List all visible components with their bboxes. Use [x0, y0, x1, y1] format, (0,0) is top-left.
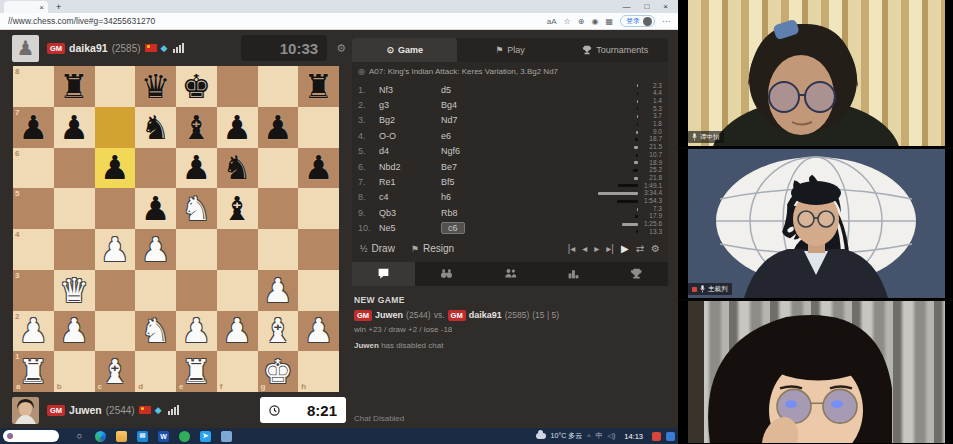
square-f8[interactable]	[217, 66, 258, 107]
chat-app-icon[interactable]	[221, 431, 232, 442]
new-game-heading: NEW GAME	[354, 295, 666, 305]
black-move-time: 13.3	[640, 229, 662, 236]
white-move[interactable]: c4	[379, 192, 441, 202]
game-controls: ½ Draw ⚑ Resign |◂ ◂ ▸ ▸| ▶ ⇄ ⚙	[352, 236, 668, 262]
white-move-time: 1:25.6	[640, 221, 662, 228]
weather-text[interactable]: 10°C 多云	[551, 431, 583, 441]
prev-move-icon[interactable]: ◂	[582, 243, 587, 254]
tab-close-icon[interactable]: ×	[39, 3, 44, 12]
white-move-time: 3.7	[640, 113, 662, 120]
participant-2-figure: ♞	[688, 149, 945, 298]
white-move[interactable]: Bg2	[379, 115, 441, 125]
white-move[interactable]: g3	[379, 100, 441, 110]
move-row: 4.O-Oe69.018.7	[358, 128, 662, 143]
white-pawn[interactable]: ♟	[258, 270, 299, 311]
white-pawn[interactable]: ♟	[54, 311, 95, 352]
move-row: 10.Ne5c61:25.613.3	[358, 221, 662, 236]
video-tile-top[interactable]: 谭中怡	[678, 0, 953, 147]
black-pawn[interactable]: ♟	[176, 148, 217, 189]
square-d7[interactable]: ♞	[135, 107, 176, 148]
square-h1[interactable]: h	[298, 351, 339, 392]
top-player-bar: ♟ GM daika91 (2585) ◆ 10:33 ⚙	[0, 30, 352, 66]
move-number: 4.	[358, 131, 379, 141]
move-number: 1.	[358, 85, 379, 95]
close-icon[interactable]: ×	[663, 2, 668, 11]
profile-pill[interactable]: 登录	[620, 15, 655, 27]
board-column: ♟ GM daika91 (2585) ◆ 10:33 ⚙ 8♜♛♚♜7♟♟♞♝…	[0, 30, 352, 428]
square-a1[interactable]: 1a♜	[13, 351, 54, 392]
participant-1-name: 谭中怡	[700, 134, 720, 141]
resign-button[interactable]: ⚑ Resign	[411, 243, 454, 254]
white-move[interactable]: Qb3	[379, 208, 441, 218]
black-move-time: 1:49.1	[640, 183, 662, 190]
move-number: 6.	[358, 162, 379, 172]
tab-play[interactable]: ⚑ Play	[457, 38, 562, 62]
move-number: 8.	[358, 192, 379, 202]
half-point-icon: ½	[360, 244, 368, 254]
black-move-time: 25.2	[640, 167, 662, 174]
black-knight[interactable]: ♞	[135, 107, 176, 148]
more-menu-icon[interactable]: ⋯	[662, 17, 670, 26]
top-player-title-badge: GM	[47, 43, 65, 54]
top-player-diamond-icon: ◆	[161, 43, 168, 53]
move-row: 9.Qb3Rb87.317.9	[358, 205, 662, 220]
move-list: 1.Nf3d52.34.42.g3Bg41.45.33.Bg2Nd73.71.8…	[352, 81, 668, 236]
bottom-player-bar: GM Juwen (2544) ◆ 8:21	[0, 392, 352, 428]
sidebar-tabs: ⊙ Game ⚑ Play Tournaments	[352, 38, 668, 62]
file-label: d	[138, 383, 143, 391]
black-move-time: 10.7	[640, 152, 662, 159]
black-move-time: 1:54.3	[640, 198, 662, 205]
move-number: 7.	[358, 177, 379, 187]
white-move[interactable]: Re1	[379, 177, 441, 187]
flip-board-icon[interactable]: ⇄	[636, 243, 644, 254]
opening-name: A07: King's Indian Attack: Keres Variati…	[369, 67, 558, 76]
square-d8[interactable]: ♛	[135, 66, 176, 107]
binoculars-icon	[440, 267, 453, 280]
participant-1-nameplate: 谭中怡	[688, 131, 724, 143]
black-move[interactable]: Nd7	[441, 115, 499, 125]
move-times: 7.317.9	[635, 206, 662, 220]
word-app-icon[interactable]: W	[158, 431, 169, 442]
black-rook[interactable]: ♜	[54, 66, 95, 107]
white-pawn[interactable]: ♟	[135, 229, 176, 270]
move-number: 3.	[358, 115, 379, 125]
rank-label: 5	[15, 190, 19, 198]
square-h7[interactable]	[298, 107, 339, 148]
vs-label: vs.	[434, 310, 445, 320]
new-game-block: NEW GAME GM Juwen (2544) vs. GM daika91 …	[352, 286, 668, 350]
play-flag-icon: ⚑	[495, 45, 503, 55]
volume-icon[interactable]: ◁)	[608, 432, 616, 440]
white-pawn[interactable]: ♟	[176, 311, 217, 352]
top-player-signal-bars	[173, 43, 184, 53]
draw-button[interactable]: ½ Draw	[360, 243, 395, 254]
video-feed-middle: ♞	[688, 149, 945, 298]
file-explorer-icon[interactable]	[116, 431, 127, 442]
chat-tab[interactable]	[352, 262, 415, 286]
rank-label: 6	[15, 150, 19, 158]
square-g5[interactable]	[258, 188, 299, 229]
black-rook[interactable]: ♜	[298, 66, 339, 107]
square-d4[interactable]: ♟	[135, 229, 176, 270]
taskbar-search-box[interactable]	[3, 430, 59, 442]
shared-screen: × + — □ × //www.chess.com/live#g=3425563…	[0, 0, 678, 444]
move-number: 10.	[358, 223, 379, 233]
square-e1[interactable]: e♜	[176, 351, 217, 392]
black-move-time: 18.7	[640, 136, 662, 143]
bottom-player-name[interactable]: Juwen	[69, 404, 102, 416]
black-pawn[interactable]: ♟	[54, 107, 95, 148]
square-d3[interactable]	[135, 270, 176, 311]
move-row: 1.Nf3d52.34.4	[358, 82, 662, 97]
browser-tab[interactable]: ×	[4, 1, 48, 13]
square-f4[interactable]	[217, 229, 258, 270]
top-player-rating: (2585)	[112, 43, 141, 54]
square-a7[interactable]: 7♟	[13, 107, 54, 148]
move-row: 3.Bg2Nd73.71.8	[358, 113, 662, 128]
square-e2[interactable]: ♟	[176, 311, 217, 352]
address-bar-icons: aA ☆ ⊕ ◉ ▦ 登录 ⋯	[547, 15, 670, 27]
opening-row[interactable]: ◎ A07: King's Indian Attack: Keres Varia…	[352, 62, 668, 81]
standings-tab[interactable]	[542, 262, 605, 286]
new-tab-button[interactable]: +	[56, 2, 61, 12]
trophy-tab-icon	[630, 267, 643, 280]
trophy-icon	[582, 45, 592, 55]
black-move[interactable]: c6	[441, 222, 499, 234]
sidebar-icon-tabs	[352, 262, 668, 286]
move-times: 3.71.8	[637, 113, 662, 127]
square-b5[interactable]	[54, 188, 95, 229]
screenshot-root: × + — □ × //www.chess.com/live#g=3425563…	[0, 0, 953, 444]
square-c1[interactable]: c♝	[95, 351, 136, 392]
square-h3[interactable]	[298, 270, 339, 311]
move-row: 7.Re1Bf521.81:49.1	[358, 174, 662, 189]
move-times: 21.510.7	[634, 144, 662, 158]
bottom-player-clock: 8:21	[260, 397, 346, 423]
square-h6[interactable]: ♟	[298, 148, 339, 189]
black-pawn[interactable]: ♟	[95, 148, 136, 189]
square-e3[interactable]	[176, 270, 217, 311]
ime-indicator[interactable]: 中	[596, 431, 603, 441]
video-feed-top	[688, 0, 945, 146]
chesscom-page: ♟ GM daika91 (2585) ◆ 10:33 ⚙ 8♜♛♚♜7♟♟♞♝…	[0, 30, 678, 428]
url-field[interactable]: //www.chess.com/live#g=34255631270	[8, 16, 547, 26]
black-move-time: 1.8	[640, 121, 662, 128]
rank-label: 4	[15, 231, 19, 239]
participant-3-figure	[688, 301, 945, 443]
white-rook[interactable]: ♜	[176, 351, 217, 392]
chat-bubble-icon	[377, 267, 390, 280]
white-move-time: 1.4	[640, 98, 662, 105]
black-bishop[interactable]: ♝	[176, 107, 217, 148]
rank-label: 8	[15, 68, 19, 76]
top-player-name[interactable]: daika91	[69, 42, 108, 54]
move-row: 5.d4Ngf621.510.7	[358, 144, 662, 159]
move-number: 5.	[358, 146, 379, 156]
notification-icon-blue[interactable]	[666, 432, 675, 441]
board-settings-gear-icon[interactable]: ⚙	[336, 42, 346, 55]
weather-cloud-icon	[536, 433, 546, 439]
white-bishop[interactable]: ♝	[95, 351, 136, 392]
tab-tournaments[interactable]: Tournaments	[563, 38, 668, 62]
square-g8[interactable]	[258, 66, 299, 107]
square-f1[interactable]: f	[217, 351, 258, 392]
messenger-app-icon[interactable]: ➤	[200, 431, 211, 442]
bottom-player-signal-bars	[168, 405, 179, 415]
move-number: 9.	[358, 208, 379, 218]
bottom-player-title-badge: GM	[47, 405, 65, 416]
black-pawn[interactable]: ♟	[217, 107, 258, 148]
move-row: 6.Nbd2Be718.925.2	[358, 159, 662, 174]
black-knight[interactable]: ♞	[217, 148, 258, 189]
square-c4[interactable]: ♟	[95, 229, 136, 270]
move-times: 21.81:49.1	[618, 175, 662, 189]
profile-avatar	[643, 17, 652, 26]
square-c7[interactable]	[95, 107, 136, 148]
browser-tabstrip: × + — □ ×	[0, 0, 678, 13]
system-tray: 10°C 多云 ^ 中 ◁) 14:13	[536, 431, 675, 441]
notification-icon-red[interactable]	[652, 432, 661, 441]
square-d6[interactable]	[135, 148, 176, 189]
search-icon[interactable]: ○	[74, 431, 85, 442]
square-b2[interactable]: ♟	[54, 311, 95, 352]
collections-icon[interactable]: ◉	[591, 17, 598, 26]
top-player-clock: 10:33	[241, 35, 327, 61]
rank-label: 3	[15, 272, 19, 280]
address-bar: //www.chess.com/live#g=34255631270 aA ☆ …	[0, 13, 678, 30]
white-move-time: 21.5	[640, 144, 662, 151]
white-pawn[interactable]: ♟	[95, 229, 136, 270]
search-logo-dot	[7, 433, 13, 439]
video-tile-bottom[interactable]	[678, 301, 953, 444]
square-b6[interactable]	[54, 148, 95, 189]
tray-expand-caret[interactable]: ^	[587, 433, 590, 440]
square-e8[interactable]: ♚	[176, 66, 217, 107]
mail-app-icon[interactable]: ✉	[137, 431, 148, 442]
square-a6[interactable]: 6	[13, 148, 54, 189]
square-g4[interactable]	[258, 229, 299, 270]
windows-taskbar: ○ ✉ W ➤ 10°C 多云 ^ 中 ◁) 14:13	[0, 428, 678, 444]
white-move[interactable]: O-O	[379, 131, 441, 141]
black-pawn[interactable]: ♟	[13, 107, 54, 148]
white-bishop[interactable]: ♝	[258, 311, 299, 352]
black-move[interactable]: Rb8	[441, 208, 499, 218]
square-b3[interactable]: ♛	[54, 270, 95, 311]
file-label: b	[57, 383, 62, 391]
white-rook[interactable]: ♜	[13, 351, 54, 392]
chess-board[interactable]: 8♜♛♚♜7♟♟♞♝♟♟6♟♟♞♟5♟♞♝4♟♟3♛♟2♟♟♞♟♟♝♟1a♜bc…	[13, 66, 339, 392]
square-e7[interactable]: ♝	[176, 107, 217, 148]
profile-label: 登录	[626, 16, 640, 26]
move-times: 1:25.613.3	[622, 221, 662, 235]
square-a3[interactable]: 3	[13, 270, 54, 311]
people-icon	[504, 267, 517, 280]
white-move[interactable]: d4	[379, 146, 441, 156]
white-queen[interactable]: ♛	[54, 270, 95, 311]
recording-icon	[692, 287, 697, 292]
black-pawn[interactable]: ♟	[298, 148, 339, 189]
white-pawn[interactable]: ♟	[13, 311, 54, 352]
rating-stakes: win +23 / draw +2 / lose -18	[354, 325, 666, 334]
square-h2[interactable]: ♟	[298, 311, 339, 352]
black-rating: (2585)	[505, 310, 530, 320]
black-title-badge: GM	[448, 310, 466, 321]
square-f7[interactable]: ♟	[217, 107, 258, 148]
read-aloud-icon[interactable]: aA	[547, 17, 557, 26]
first-move-icon[interactable]: |◂	[568, 243, 576, 254]
black-move-time: 4.4	[640, 90, 662, 97]
white-move-time: 3:34.4	[640, 190, 662, 197]
square-e6[interactable]: ♟	[176, 148, 217, 189]
square-g1[interactable]: g♚	[258, 351, 299, 392]
square-a5[interactable]: 5	[13, 188, 54, 229]
square-h4[interactable]	[298, 229, 339, 270]
black-pawn[interactable]: ♟	[135, 188, 176, 229]
square-b1[interactable]: b	[54, 351, 95, 392]
participant-2-nameplate: 主裁判	[688, 283, 732, 295]
move-times: 9.018.7	[635, 129, 662, 143]
players-tab[interactable]	[478, 262, 541, 286]
favorites-icon[interactable]: ☆	[564, 17, 571, 26]
square-c6[interactable]: ♟	[95, 148, 136, 189]
square-f5[interactable]: ♝	[217, 188, 258, 229]
bottom-player-avatar[interactable]	[12, 397, 39, 424]
square-d2[interactable]: ♞	[135, 311, 176, 352]
square-h8[interactable]: ♜	[298, 66, 339, 107]
square-e5[interactable]: ♞	[176, 188, 217, 229]
move-row: 8.c4h63:34.41:54.3	[358, 190, 662, 205]
black-move[interactable]: e6	[441, 131, 499, 141]
events-tab[interactable]	[605, 262, 668, 286]
window-controls: — □ ×	[622, 2, 674, 11]
move-nav: |◂ ◂ ▸ ▸| ▶ ⇄ ⚙	[568, 243, 660, 254]
tab-game[interactable]: ⊙ Game	[352, 38, 457, 62]
bottom-player-diamond-icon: ◆	[155, 405, 162, 415]
move-times: 1.45.3	[637, 98, 662, 112]
edge-browser-icon[interactable]	[95, 431, 106, 442]
white-pawn[interactable]: ♟	[217, 311, 258, 352]
white-rating: (2544)	[406, 310, 431, 320]
settings-gear-icon[interactable]: ⚙	[651, 243, 660, 254]
square-c2[interactable]	[95, 311, 136, 352]
square-f6[interactable]: ♞	[217, 148, 258, 189]
move-row: 2.g3Bg41.45.3	[358, 97, 662, 112]
square-g3[interactable]: ♟	[258, 270, 299, 311]
white-knight[interactable]: ♞	[176, 188, 217, 229]
black-move[interactable]: Bg4	[441, 100, 499, 110]
participant-1-figure	[688, 0, 945, 146]
square-e4[interactable]	[176, 229, 217, 270]
black-move[interactable]: Ngf6	[441, 146, 499, 156]
square-c3[interactable]	[95, 270, 136, 311]
opening-book-icon: ◎	[358, 67, 365, 76]
black-move[interactable]: Bf5	[441, 177, 499, 187]
black-move[interactable]: d5	[441, 85, 499, 95]
move-times: 2.34.4	[637, 83, 662, 97]
square-a4[interactable]: 4	[13, 229, 54, 270]
white-name[interactable]: Juwen	[375, 310, 403, 320]
white-title-badge: GM	[354, 310, 372, 321]
video-tile-middle[interactable]: ♞ 主裁判	[678, 149, 953, 299]
square-g7[interactable]: ♟	[258, 107, 299, 148]
white-knight[interactable]: ♞	[135, 311, 176, 352]
square-h5[interactable]	[298, 188, 339, 229]
square-c8[interactable]	[95, 66, 136, 107]
video-call-column: 谭中怡 ♞	[678, 0, 953, 444]
chat-status: Chat Disabled	[352, 414, 668, 428]
spectators-tab[interactable]	[415, 262, 478, 286]
black-name[interactable]: daika91	[469, 310, 502, 320]
square-g2[interactable]: ♝	[258, 311, 299, 352]
top-player-flag-icon	[145, 44, 157, 52]
move-number: 2.	[358, 100, 379, 110]
white-move[interactable]: Nbd2	[379, 162, 441, 172]
last-move-icon[interactable]: ▸|	[606, 243, 614, 254]
black-move[interactable]: h6	[441, 192, 499, 202]
white-king[interactable]: ♚	[258, 351, 299, 392]
square-d5[interactable]: ♟	[135, 188, 176, 229]
square-g6[interactable]	[258, 148, 299, 189]
black-move-time: 17.9	[640, 213, 662, 220]
square-f3[interactable]	[217, 270, 258, 311]
maximize-icon[interactable]: □	[644, 2, 649, 11]
game-sidebar: ⊙ Game ⚑ Play Tournaments ◎ A07: King's …	[352, 38, 668, 428]
square-b8[interactable]: ♜	[54, 66, 95, 107]
square-b4[interactable]	[54, 229, 95, 270]
new-game-matchup: GM Juwen (2544) vs. GM daika91 (2585) (1…	[354, 310, 666, 321]
game-tab-icon: ⊙	[386, 45, 394, 55]
bottom-player-rating: (2544)	[106, 405, 135, 416]
black-move[interactable]: Be7	[441, 162, 499, 172]
white-pawn[interactable]: ♟	[298, 311, 339, 352]
white-move[interactable]: Ne5	[379, 223, 441, 233]
next-move-icon[interactable]: ▸	[594, 243, 599, 254]
square-a2[interactable]: 2♟	[13, 311, 54, 352]
black-bishop[interactable]: ♝	[217, 188, 258, 229]
square-d1[interactable]: d	[135, 351, 176, 392]
file-label: f	[220, 383, 223, 391]
white-move-time: 21.8	[640, 175, 662, 182]
square-a8[interactable]: 8	[13, 66, 54, 107]
white-move[interactable]: Nf3	[379, 85, 441, 95]
clock-icon	[269, 405, 280, 416]
file-label: h	[301, 383, 306, 391]
black-move-time: 5.3	[640, 106, 662, 113]
participant-2-name: 主裁判	[708, 286, 728, 293]
square-c5[interactable]	[95, 188, 136, 229]
minimize-icon[interactable]: —	[622, 2, 630, 11]
play-moves-icon[interactable]: ▶	[621, 243, 629, 254]
move-times: 3:34.41:54.3	[598, 190, 662, 204]
chat-disabled-notice: Juwen has disabled chat	[354, 341, 666, 350]
square-f2[interactable]: ♟	[217, 311, 258, 352]
apps-icon[interactable]: ▦	[605, 17, 613, 26]
taskbar-clock[interactable]: 14:13	[624, 432, 643, 441]
bottom-player-flag-icon	[139, 406, 151, 414]
black-queen[interactable]: ♛	[135, 66, 176, 107]
move-times: 18.925.2	[633, 160, 662, 174]
top-player-avatar[interactable]: ♟	[12, 35, 39, 62]
mic-icon	[700, 285, 705, 293]
black-king[interactable]: ♚	[176, 66, 217, 107]
square-b7[interactable]: ♟	[54, 107, 95, 148]
wechat-app-icon[interactable]	[179, 431, 190, 442]
black-pawn[interactable]: ♟	[258, 107, 299, 148]
resign-flag-icon: ⚑	[411, 244, 419, 254]
video-feed-bottom	[688, 301, 945, 443]
extensions-icon[interactable]: ⊕	[578, 17, 585, 26]
